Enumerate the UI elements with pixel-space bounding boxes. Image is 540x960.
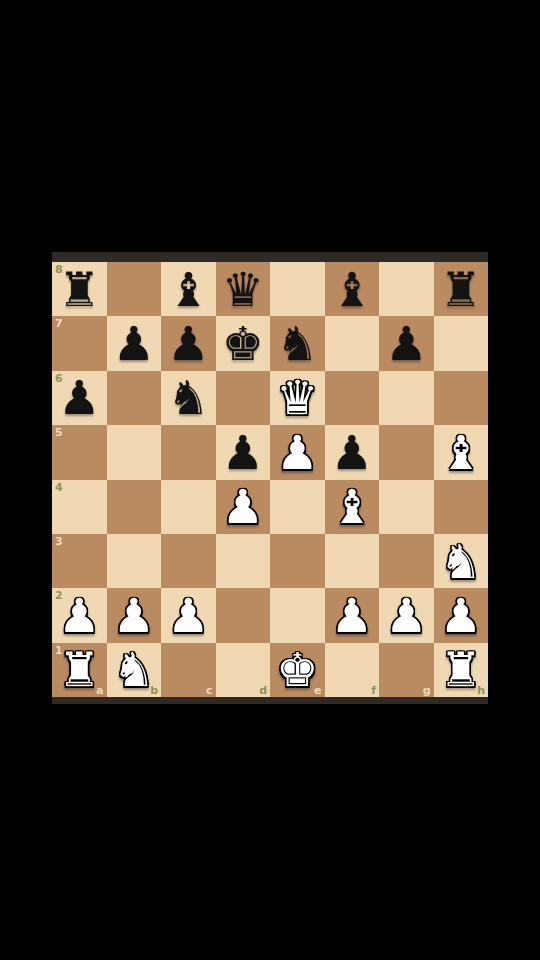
square-c8[interactable]: ♝ <box>161 262 216 316</box>
square-e7[interactable]: ♞ <box>270 316 325 370</box>
square-f1[interactable]: f <box>325 643 380 697</box>
piece-white-rook-a1[interactable]: ♜ <box>58 646 100 693</box>
square-d8[interactable]: ♛ <box>216 262 271 316</box>
square-a2[interactable]: 2♟ <box>52 588 107 642</box>
square-f3[interactable] <box>325 534 380 588</box>
piece-white-pawn-g2[interactable]: ♟ <box>385 592 427 639</box>
piece-white-pawn-c2[interactable]: ♟ <box>167 592 209 639</box>
square-g3[interactable] <box>379 534 434 588</box>
piece-white-pawn-h2[interactable]: ♟ <box>440 592 482 639</box>
square-d1[interactable]: d <box>216 643 271 697</box>
rank-label-3: 3 <box>55 536 63 547</box>
square-d4[interactable]: ♟ <box>216 480 271 534</box>
square-e1[interactable]: e♚ <box>270 643 325 697</box>
square-h1[interactable]: h♜ <box>434 643 489 697</box>
file-label-g: g <box>423 685 431 696</box>
piece-black-pawn-c7[interactable]: ♟ <box>167 320 209 367</box>
square-e3[interactable] <box>270 534 325 588</box>
square-b1[interactable]: b♞ <box>107 643 162 697</box>
piece-black-queen-d8[interactable]: ♛ <box>222 266 264 313</box>
piece-black-pawn-b7[interactable]: ♟ <box>113 320 155 367</box>
square-g2[interactable]: ♟ <box>379 588 434 642</box>
square-g5[interactable] <box>379 425 434 479</box>
piece-white-pawn-d4[interactable]: ♟ <box>222 483 264 530</box>
piece-white-bishop-h5[interactable]: ♝ <box>440 429 482 476</box>
square-b5[interactable] <box>107 425 162 479</box>
piece-black-bishop-c8[interactable]: ♝ <box>167 266 209 313</box>
square-a8[interactable]: 8♜ <box>52 262 107 316</box>
square-e2[interactable] <box>270 588 325 642</box>
square-a7[interactable]: 7 <box>52 316 107 370</box>
piece-white-queen-e6[interactable]: ♛ <box>276 374 318 421</box>
square-b3[interactable] <box>107 534 162 588</box>
piece-black-king-d7[interactable]: ♚ <box>222 320 264 367</box>
square-c1[interactable]: c <box>161 643 216 697</box>
square-b7[interactable]: ♟ <box>107 316 162 370</box>
square-e8[interactable] <box>270 262 325 316</box>
square-g8[interactable] <box>379 262 434 316</box>
piece-black-pawn-a6[interactable]: ♟ <box>58 374 100 421</box>
square-f5[interactable]: ♟ <box>325 425 380 479</box>
chess-board: 8♜♝♛♝♜7♟♟♚♞♟6♟♞♛5♟♟♟♝4♟♝3♞2♟♟♟♟♟♟1a♜b♞cd… <box>52 262 488 697</box>
piece-white-pawn-a2[interactable]: ♟ <box>58 592 100 639</box>
square-f2[interactable]: ♟ <box>325 588 380 642</box>
square-c2[interactable]: ♟ <box>161 588 216 642</box>
board-frame-top <box>52 252 488 262</box>
square-g7[interactable]: ♟ <box>379 316 434 370</box>
piece-black-bishop-f8[interactable]: ♝ <box>331 266 373 313</box>
piece-white-king-e1[interactable]: ♚ <box>276 646 318 693</box>
square-d7[interactable]: ♚ <box>216 316 271 370</box>
square-f7[interactable] <box>325 316 380 370</box>
square-a1[interactable]: 1a♜ <box>52 643 107 697</box>
piece-black-pawn-f5[interactable]: ♟ <box>331 429 373 476</box>
app-screen: 8♜♝♛♝♜7♟♟♚♞♟6♟♞♛5♟♟♟♝4♟♝3♞2♟♟♟♟♟♟1a♜b♞cd… <box>0 0 540 960</box>
piece-white-knight-b1[interactable]: ♞ <box>113 646 155 693</box>
square-a6[interactable]: 6♟ <box>52 371 107 425</box>
square-d6[interactable] <box>216 371 271 425</box>
piece-black-knight-c6[interactable]: ♞ <box>167 374 209 421</box>
square-b8[interactable] <box>107 262 162 316</box>
square-g4[interactable] <box>379 480 434 534</box>
square-b6[interactable] <box>107 371 162 425</box>
square-g1[interactable]: g <box>379 643 434 697</box>
square-d2[interactable] <box>216 588 271 642</box>
piece-black-pawn-g7[interactable]: ♟ <box>385 320 427 367</box>
square-c7[interactable]: ♟ <box>161 316 216 370</box>
file-label-d: d <box>259 685 267 696</box>
square-c6[interactable]: ♞ <box>161 371 216 425</box>
square-f6[interactable] <box>325 371 380 425</box>
rank-label-7: 7 <box>55 318 63 329</box>
square-c4[interactable] <box>161 480 216 534</box>
square-f4[interactable]: ♝ <box>325 480 380 534</box>
square-e5[interactable]: ♟ <box>270 425 325 479</box>
piece-black-knight-e7[interactable]: ♞ <box>276 320 318 367</box>
square-d5[interactable]: ♟ <box>216 425 271 479</box>
piece-white-knight-h3[interactable]: ♞ <box>440 538 482 585</box>
piece-white-rook-h1[interactable]: ♜ <box>440 646 482 693</box>
piece-black-rook-h8[interactable]: ♜ <box>440 266 482 313</box>
square-h5[interactable]: ♝ <box>434 425 489 479</box>
square-c5[interactable] <box>161 425 216 479</box>
piece-white-pawn-f2[interactable]: ♟ <box>331 592 373 639</box>
piece-black-pawn-d5[interactable]: ♟ <box>222 429 264 476</box>
square-d3[interactable] <box>216 534 271 588</box>
square-a4[interactable]: 4 <box>52 480 107 534</box>
square-e4[interactable] <box>270 480 325 534</box>
square-h7[interactable] <box>434 316 489 370</box>
piece-white-pawn-b2[interactable]: ♟ <box>113 592 155 639</box>
square-b4[interactable] <box>107 480 162 534</box>
square-a3[interactable]: 3 <box>52 534 107 588</box>
square-f8[interactable]: ♝ <box>325 262 380 316</box>
rank-label-5: 5 <box>55 427 63 438</box>
piece-black-rook-a8[interactable]: ♜ <box>58 266 100 313</box>
square-c3[interactable] <box>161 534 216 588</box>
piece-white-pawn-e5[interactable]: ♟ <box>276 429 318 476</box>
board-frame-bottom <box>52 697 488 704</box>
square-b2[interactable]: ♟ <box>107 588 162 642</box>
rank-label-4: 4 <box>55 482 63 493</box>
square-h8[interactable]: ♜ <box>434 262 489 316</box>
square-e6[interactable]: ♛ <box>270 371 325 425</box>
file-label-f: f <box>371 685 376 696</box>
file-label-c: c <box>206 685 213 696</box>
square-h4[interactable] <box>434 480 489 534</box>
square-g6[interactable] <box>379 371 434 425</box>
square-h6[interactable] <box>434 371 489 425</box>
square-h2[interactable]: ♟ <box>434 588 489 642</box>
square-a5[interactable]: 5 <box>52 425 107 479</box>
square-h3[interactable]: ♞ <box>434 534 489 588</box>
piece-white-bishop-f4[interactable]: ♝ <box>331 483 373 530</box>
